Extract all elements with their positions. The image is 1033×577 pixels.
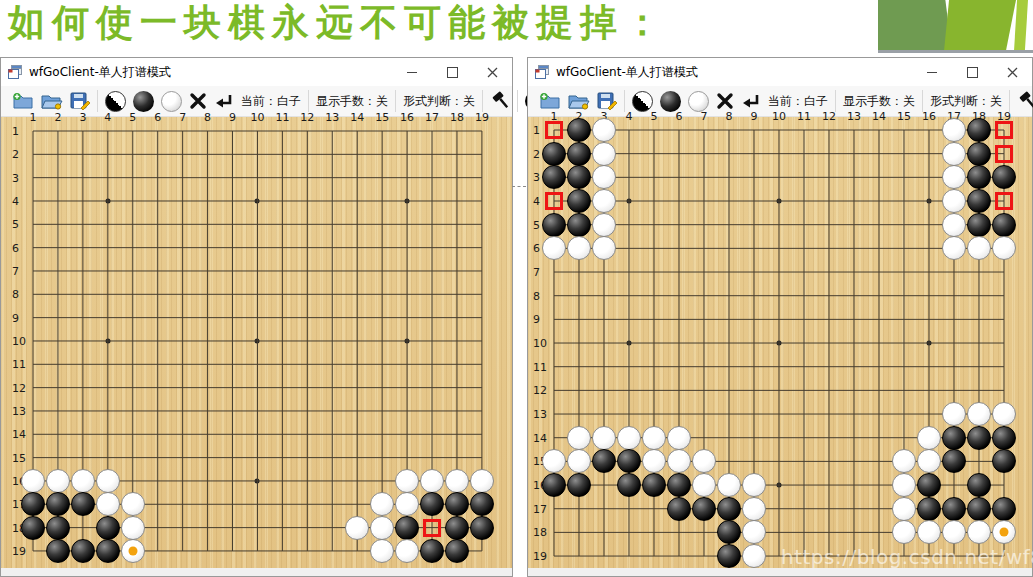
col-label: 4 xyxy=(626,110,633,123)
white-stone xyxy=(370,516,394,540)
black-stone xyxy=(617,473,641,497)
black-stone xyxy=(992,449,1016,473)
col-label: 1 xyxy=(30,111,37,124)
black-stone xyxy=(395,516,419,540)
delete-button[interactable] xyxy=(189,92,207,110)
row-label: 8 xyxy=(12,288,19,301)
white-stone xyxy=(917,520,941,544)
black-stone xyxy=(992,213,1016,237)
close-button[interactable] xyxy=(472,58,512,86)
col-label: 16 xyxy=(400,111,414,124)
white-stone xyxy=(942,236,966,260)
black-stone xyxy=(567,473,591,497)
maximize-icon xyxy=(447,67,458,78)
half-stone-button[interactable] xyxy=(105,91,126,112)
white-stone xyxy=(592,189,616,213)
black-stone xyxy=(445,516,469,540)
white-stone xyxy=(345,516,369,540)
col-label: 5 xyxy=(651,110,658,123)
white-stone xyxy=(567,426,591,450)
black-stone xyxy=(567,189,591,213)
gavel-button[interactable] xyxy=(490,91,510,111)
white-stone-icon xyxy=(688,91,709,112)
save-button[interactable] xyxy=(70,92,90,110)
row-label: 3 xyxy=(12,171,19,184)
row-label: 1 xyxy=(12,125,19,138)
white-stone xyxy=(892,449,916,473)
col-label: 7 xyxy=(179,111,186,124)
col-label: 11 xyxy=(797,110,811,123)
minimize-icon xyxy=(407,72,417,73)
row-label: 6 xyxy=(533,242,540,255)
black-stone xyxy=(445,492,469,516)
col-label: 7 xyxy=(701,110,708,123)
last-move-marker xyxy=(1000,528,1009,537)
row-label: 19 xyxy=(533,550,547,563)
white-stone xyxy=(967,520,991,544)
close-icon xyxy=(487,67,498,78)
black-stone xyxy=(21,516,45,540)
white-stone xyxy=(592,165,616,189)
row-label: 11 xyxy=(12,358,26,371)
save-icon xyxy=(70,92,90,110)
green-decoration-block xyxy=(1014,0,1028,51)
white-stone xyxy=(592,426,616,450)
white-stone xyxy=(592,236,616,260)
white-stone xyxy=(395,539,419,563)
white-stone xyxy=(96,492,120,516)
last-move-marker xyxy=(128,546,137,555)
col-label: 15 xyxy=(375,111,389,124)
col-label: 4 xyxy=(104,111,111,124)
splitter-handle[interactable] xyxy=(512,186,526,187)
window-title: wfGoClient-单人打谱模式 xyxy=(556,64,698,81)
col-label: 10 xyxy=(250,111,264,124)
black-stone xyxy=(967,497,991,521)
white-stone xyxy=(542,236,566,260)
black-stone xyxy=(967,189,991,213)
maximize-button[interactable] xyxy=(952,58,992,86)
black-stone xyxy=(567,165,591,189)
row-label: 7 xyxy=(12,264,19,277)
black-stone xyxy=(46,516,70,540)
page-title: 如何使一块棋永远不可能被提掉： xyxy=(8,0,668,48)
app-icon xyxy=(7,64,23,80)
row-label: 4 xyxy=(12,194,19,207)
white-stone xyxy=(992,236,1016,260)
open-file-button[interactable] xyxy=(568,92,590,110)
half-stone-icon xyxy=(105,91,126,112)
white-stone xyxy=(967,236,991,260)
white-stone xyxy=(942,118,966,142)
row-label: 17 xyxy=(533,502,547,515)
row-label: 14 xyxy=(533,431,547,444)
new-file-icon xyxy=(539,92,561,110)
row-label: 3 xyxy=(533,171,540,184)
white-stone xyxy=(692,473,716,497)
black-stone xyxy=(967,473,991,497)
col-label: 2 xyxy=(54,111,61,124)
maximize-button[interactable] xyxy=(432,58,472,86)
black-stone xyxy=(420,492,444,516)
new-file-button[interactable] xyxy=(539,92,561,110)
white-stone-button[interactable] xyxy=(688,91,709,112)
white-stone xyxy=(742,520,766,544)
red-square-marker xyxy=(995,192,1013,210)
row-label: 9 xyxy=(533,313,540,326)
titlebar[interactable]: wfGoClient-单人打谱模式 xyxy=(528,58,1032,86)
white-stone xyxy=(395,492,419,516)
go-board[interactable]: 1122334455667788991010111112121313141415… xyxy=(33,131,482,551)
white-stone xyxy=(46,469,70,493)
black-stone xyxy=(542,213,566,237)
current-player-label: 当前：白子 xyxy=(241,93,301,110)
black-stone xyxy=(542,142,566,166)
col-label: 14 xyxy=(872,110,886,123)
white-stone xyxy=(470,469,494,493)
undo-arrow-icon xyxy=(741,92,761,110)
row-label: 10 xyxy=(533,337,547,350)
toolbar-separator xyxy=(308,90,309,112)
black-stone xyxy=(470,492,494,516)
white-stone xyxy=(742,473,766,497)
white-stone xyxy=(642,426,666,450)
white-stone xyxy=(942,520,966,544)
col-label: 10 xyxy=(772,110,786,123)
black-stone xyxy=(967,426,991,450)
white-stone xyxy=(642,449,666,473)
toolbar-separator xyxy=(517,90,518,112)
black-stone xyxy=(992,165,1016,189)
white-stone xyxy=(942,189,966,213)
white-stone xyxy=(567,236,591,260)
black-stone xyxy=(420,539,444,563)
window-controls xyxy=(912,58,1032,86)
show-moves-label[interactable]: 显示手数：关 xyxy=(843,93,915,110)
minimize-icon xyxy=(927,72,937,73)
black-stone xyxy=(445,539,469,563)
black-stone-icon xyxy=(133,91,154,112)
toolbar-separator xyxy=(482,90,483,112)
black-stone xyxy=(717,520,741,544)
black-stone xyxy=(992,426,1016,450)
white-stone xyxy=(917,449,941,473)
col-label: 9 xyxy=(751,110,758,123)
col-label: 15 xyxy=(897,110,911,123)
white-stone-button[interactable] xyxy=(161,91,182,112)
row-label: 11 xyxy=(533,360,547,373)
red-square-marker xyxy=(995,145,1013,163)
red-square-marker xyxy=(545,121,563,139)
white-stone xyxy=(542,449,566,473)
row-label: 13 xyxy=(12,404,26,417)
minimize-button[interactable] xyxy=(392,58,432,86)
black-stone xyxy=(542,165,566,189)
row-label: 4 xyxy=(533,195,540,208)
white-stone xyxy=(892,473,916,497)
black-stone xyxy=(46,539,70,563)
black-stone xyxy=(592,449,616,473)
white-stone xyxy=(992,402,1016,426)
close-icon xyxy=(1007,67,1018,78)
col-label: 19 xyxy=(475,111,489,124)
white-stone xyxy=(96,469,120,493)
black-stone xyxy=(71,539,95,563)
row-label: 9 xyxy=(12,311,19,324)
black-stone xyxy=(567,142,591,166)
white-stone xyxy=(717,473,741,497)
save-icon xyxy=(597,92,617,110)
close-button[interactable] xyxy=(992,58,1032,86)
undo-arrow-icon xyxy=(214,92,234,110)
black-stone-button[interactable] xyxy=(660,91,681,112)
row-label: 12 xyxy=(12,381,26,394)
row-label: 5 xyxy=(533,218,540,231)
titlebar[interactable]: wfGoClient-单人打谱模式 xyxy=(1,58,512,86)
white-stone xyxy=(667,449,691,473)
black-stone xyxy=(992,497,1016,521)
red-square-marker xyxy=(423,519,441,537)
window-controls xyxy=(392,58,512,86)
white-stone xyxy=(942,165,966,189)
white-stone xyxy=(567,449,591,473)
black-stone xyxy=(542,473,566,497)
window-bottom-strip xyxy=(528,568,1032,576)
save-button[interactable] xyxy=(597,92,617,110)
half-stone-button[interactable] xyxy=(632,91,653,112)
white-stone xyxy=(892,520,916,544)
white-stone xyxy=(667,426,691,450)
white-stone-icon xyxy=(161,91,182,112)
gavel-icon xyxy=(1017,91,1033,111)
delete-x-icon xyxy=(189,92,207,110)
row-label: 19 xyxy=(12,544,26,557)
black-stone xyxy=(967,118,991,142)
board-area: 1122334455667788991010111112121313141415… xyxy=(1,117,512,568)
red-square-marker xyxy=(545,192,563,210)
row-label: 7 xyxy=(533,266,540,279)
undo-button[interactable] xyxy=(741,92,761,110)
col-label: 5 xyxy=(129,111,136,124)
decoration-underline xyxy=(878,50,1033,53)
black-stone xyxy=(667,473,691,497)
white-stone xyxy=(742,497,766,521)
app-window-left: wfGoClient-单人打谱模式 当前：白子 xyxy=(0,57,513,577)
white-stone xyxy=(592,213,616,237)
green-decoration-block xyxy=(878,0,952,51)
black-stone xyxy=(717,544,741,568)
white-stone xyxy=(420,469,444,493)
col-label: 13 xyxy=(325,111,339,124)
white-stone xyxy=(370,492,394,516)
watermark: https://blog.csdn.net/wf824284257 xyxy=(781,545,1033,569)
white-stone xyxy=(445,469,469,493)
white-stone xyxy=(370,539,394,563)
black-stone xyxy=(917,497,941,521)
black-stone xyxy=(96,539,120,563)
white-stone xyxy=(592,118,616,142)
row-label: 5 xyxy=(12,218,19,231)
col-label: 18 xyxy=(450,111,464,124)
black-stone xyxy=(967,142,991,166)
white-stone xyxy=(21,469,45,493)
black-stone xyxy=(567,118,591,142)
undo-button[interactable] xyxy=(214,92,234,110)
delete-x-icon xyxy=(716,92,734,110)
red-square-marker xyxy=(995,121,1013,139)
black-stone xyxy=(642,473,666,497)
white-stone xyxy=(742,544,766,568)
white-stone xyxy=(121,516,145,540)
maximize-icon xyxy=(967,67,978,78)
black-stone xyxy=(942,426,966,450)
black-stone xyxy=(71,492,95,516)
black-stone xyxy=(942,449,966,473)
col-label: 16 xyxy=(922,110,936,123)
black-stone xyxy=(967,213,991,237)
black-stone xyxy=(96,516,120,540)
white-stone xyxy=(942,213,966,237)
row-label: 18 xyxy=(533,526,547,539)
show-moves-label[interactable]: 显示手数：关 xyxy=(316,93,388,110)
current-player-label: 当前：白子 xyxy=(768,93,828,110)
col-label: 12 xyxy=(822,110,836,123)
col-label: 6 xyxy=(154,111,161,124)
row-label: 10 xyxy=(12,334,26,347)
app-icon xyxy=(534,64,550,80)
white-stone xyxy=(71,469,95,493)
white-stone xyxy=(692,449,716,473)
black-stone xyxy=(470,516,494,540)
judgement-label[interactable]: 形式判断：关 xyxy=(930,93,1002,110)
window-title: wfGoClient-单人打谱模式 xyxy=(29,64,171,81)
white-stone xyxy=(592,142,616,166)
toolbar-separator xyxy=(395,90,396,112)
row-label: 12 xyxy=(533,384,547,397)
new-file-button[interactable] xyxy=(12,92,34,110)
white-stone xyxy=(942,402,966,426)
black-stone-icon xyxy=(660,91,681,112)
new-file-icon xyxy=(12,92,34,110)
black-stone xyxy=(617,449,641,473)
col-label: 13 xyxy=(847,110,861,123)
open-file-icon xyxy=(41,92,63,110)
open-file-button[interactable] xyxy=(41,92,63,110)
toolbar-separator xyxy=(97,90,98,112)
row-label: 2 xyxy=(12,148,19,161)
col-label: 9 xyxy=(229,111,236,124)
gavel-button[interactable] xyxy=(1017,91,1033,111)
col-label: 3 xyxy=(79,111,86,124)
row-label: 2 xyxy=(533,147,540,160)
white-stone xyxy=(892,497,916,521)
window-bottom-strip xyxy=(1,568,512,576)
black-stone xyxy=(967,165,991,189)
col-label: 11 xyxy=(275,111,289,124)
row-label: 15 xyxy=(12,451,26,464)
half-stone-icon xyxy=(632,91,653,112)
row-label: 14 xyxy=(12,428,26,441)
col-label: 17 xyxy=(425,111,439,124)
app-window-right: wfGoClient-单人打谱模式 当前：白子 xyxy=(527,57,1033,577)
minimize-button[interactable] xyxy=(912,58,952,86)
row-label: 13 xyxy=(533,408,547,421)
white-stone xyxy=(942,142,966,166)
black-stone xyxy=(46,492,70,516)
black-stone xyxy=(21,492,45,516)
row-label: 1 xyxy=(533,124,540,137)
white-stone xyxy=(617,426,641,450)
green-decoration-block xyxy=(944,0,1016,51)
gavel-icon xyxy=(490,91,510,111)
black-stone xyxy=(692,497,716,521)
black-stone xyxy=(667,497,691,521)
black-stone xyxy=(717,497,741,521)
go-board[interactable]: 1122334455667788991010111112121313141415… xyxy=(554,130,1004,556)
white-stone xyxy=(121,492,145,516)
row-label: 8 xyxy=(533,289,540,302)
col-label: 8 xyxy=(726,110,733,123)
col-label: 8 xyxy=(204,111,211,124)
judgement-label[interactable]: 形式判断：关 xyxy=(403,93,475,110)
open-file-icon xyxy=(568,92,590,110)
white-stone xyxy=(967,402,991,426)
delete-button[interactable] xyxy=(716,92,734,110)
col-label: 6 xyxy=(676,110,683,123)
white-stone xyxy=(395,469,419,493)
col-label: 12 xyxy=(300,111,314,124)
black-stone xyxy=(917,473,941,497)
black-stone xyxy=(567,213,591,237)
white-stone xyxy=(917,426,941,450)
board-area: 1122334455667788991010111112121313141415… xyxy=(528,117,1032,568)
col-label: 14 xyxy=(350,111,364,124)
row-label: 6 xyxy=(12,241,19,254)
black-stone-button[interactable] xyxy=(133,91,154,112)
black-stone xyxy=(942,497,966,521)
